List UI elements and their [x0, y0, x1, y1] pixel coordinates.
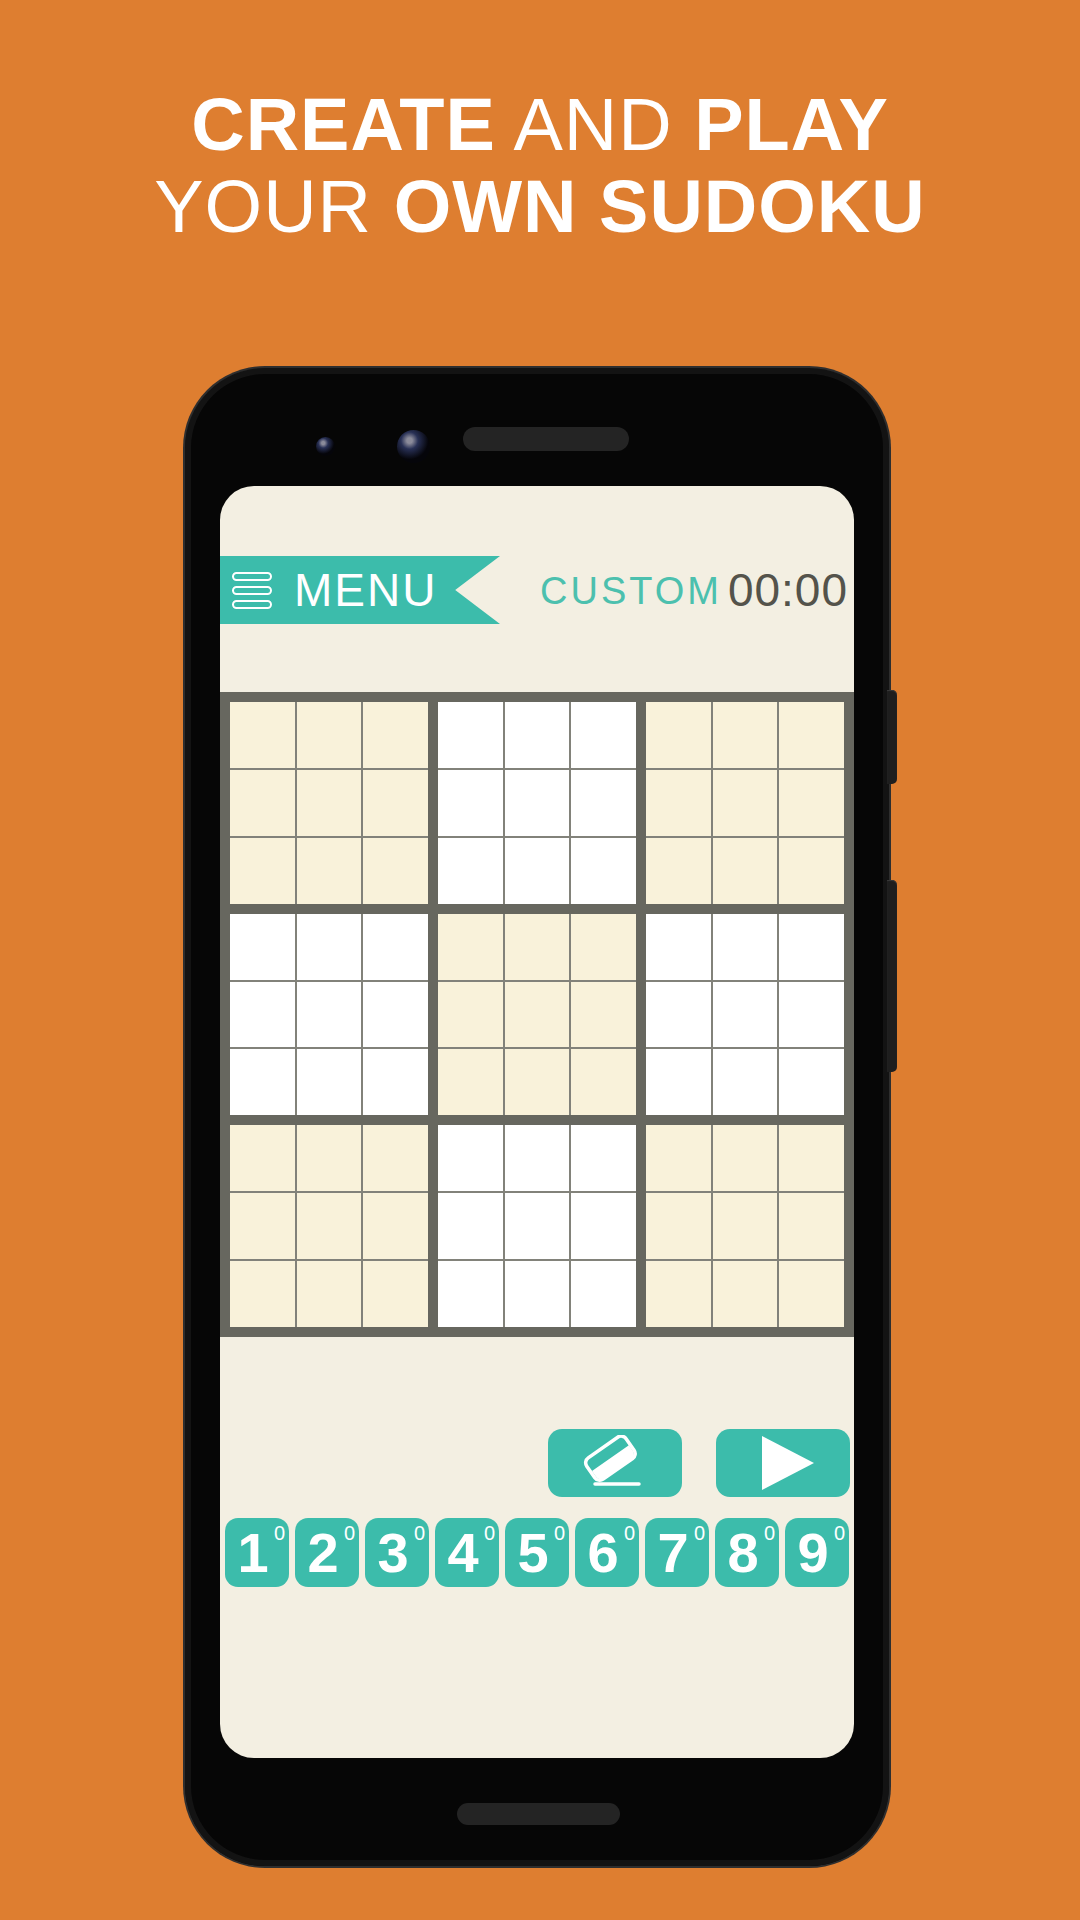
sudoku-grid [220, 692, 854, 1337]
action-buttons [548, 1429, 850, 1497]
sudoku-cell-r9c8[interactable] [713, 1261, 778, 1327]
number-button-digit: 3 [377, 1520, 408, 1585]
phone-top-speaker [463, 427, 629, 451]
sudoku-cell-r9c3[interactable] [363, 1261, 428, 1327]
menu-button-label: MENU [294, 556, 437, 624]
number-button-digit: 8 [727, 1520, 758, 1585]
sudoku-cell-r2c8[interactable] [713, 770, 778, 836]
hamburger-icon [232, 572, 272, 609]
sudoku-cell-r5c9[interactable] [779, 982, 844, 1048]
number-button-digit: 2 [307, 1520, 338, 1585]
sudoku-cell-r8c3[interactable] [363, 1193, 428, 1259]
number-button-digit: 6 [587, 1520, 618, 1585]
promo-title-line1: CREATE AND PLAY [0, 84, 1080, 166]
sudoku-cell-r3c8[interactable] [713, 838, 778, 904]
sudoku-box-2-3 [646, 914, 844, 1116]
sudoku-cell-r1c3[interactable] [363, 702, 428, 768]
eraser-button[interactable] [548, 1429, 682, 1497]
phone-frame: MENU CUSTOM 00:00 102030405060708090 [185, 368, 889, 1866]
sudoku-cell-r6c6[interactable] [571, 1049, 636, 1115]
number-button-7[interactable]: 70 [645, 1518, 709, 1587]
sudoku-cell-r9c1[interactable] [230, 1261, 295, 1327]
sudoku-cell-r2c6[interactable] [571, 770, 636, 836]
sudoku-cell-r1c9[interactable] [779, 702, 844, 768]
sudoku-cell-r2c3[interactable] [363, 770, 428, 836]
sudoku-cell-r7c1[interactable] [230, 1125, 295, 1191]
sudoku-cell-r9c6[interactable] [571, 1261, 636, 1327]
sudoku-cell-r9c9[interactable] [779, 1261, 844, 1327]
title-word-your: YOUR [154, 165, 393, 248]
number-button-6[interactable]: 60 [575, 1518, 639, 1587]
sudoku-box-2-2 [438, 914, 636, 1116]
number-button-digit: 7 [657, 1520, 688, 1585]
sudoku-cell-r4c7[interactable] [646, 914, 711, 980]
number-button-count: 0 [694, 1522, 705, 1545]
number-button-count: 0 [554, 1522, 565, 1545]
sudoku-cell-r2c9[interactable] [779, 770, 844, 836]
promo-title-line2: YOUR OWN SUDOKU [0, 166, 1080, 248]
sudoku-cell-r7c8[interactable] [713, 1125, 778, 1191]
sudoku-cell-r1c4[interactable] [438, 702, 503, 768]
number-button-2[interactable]: 20 [295, 1518, 359, 1587]
sudoku-cell-r5c5[interactable] [505, 982, 570, 1048]
sudoku-cell-r7c5[interactable] [505, 1125, 570, 1191]
sudoku-cell-r4c9[interactable] [779, 914, 844, 980]
sudoku-cell-r4c6[interactable] [571, 914, 636, 980]
sudoku-cell-r2c5[interactable] [505, 770, 570, 836]
sudoku-cell-r5c1[interactable] [230, 982, 295, 1048]
sudoku-cell-r6c1[interactable] [230, 1049, 295, 1115]
number-button-count: 0 [414, 1522, 425, 1545]
number-button-1[interactable]: 10 [225, 1518, 289, 1587]
sudoku-cell-r4c8[interactable] [713, 914, 778, 980]
sudoku-cell-r7c6[interactable] [571, 1125, 636, 1191]
sudoku-box-3-2 [438, 1125, 636, 1327]
promo-title: CREATE AND PLAY YOUR OWN SUDOKU [0, 84, 1080, 248]
sudoku-cell-r6c5[interactable] [505, 1049, 570, 1115]
sudoku-cell-r1c5[interactable] [505, 702, 570, 768]
sudoku-box-3-1 [230, 1125, 428, 1327]
sudoku-cell-r8c2[interactable] [297, 1193, 362, 1259]
number-button-4[interactable]: 40 [435, 1518, 499, 1587]
sudoku-cell-r3c7[interactable] [646, 838, 711, 904]
number-button-count: 0 [274, 1522, 285, 1545]
sudoku-cell-r3c9[interactable] [779, 838, 844, 904]
sudoku-cell-r5c4[interactable] [438, 982, 503, 1048]
sudoku-cell-r7c9[interactable] [779, 1125, 844, 1191]
sudoku-cell-r3c2[interactable] [297, 838, 362, 904]
phone-volume-button [887, 880, 897, 1072]
sudoku-cell-r8c8[interactable] [713, 1193, 778, 1259]
sudoku-cell-r1c7[interactable] [646, 702, 711, 768]
play-button[interactable] [716, 1429, 850, 1497]
sudoku-cell-r5c8[interactable] [713, 982, 778, 1048]
game-timer: 00:00 [728, 556, 848, 624]
phone-front-camera-small [316, 437, 335, 456]
sudoku-cell-r3c4[interactable] [438, 838, 503, 904]
number-button-digit: 5 [517, 1520, 548, 1585]
title-word-create: CREATE [191, 83, 496, 166]
sudoku-cell-r6c9[interactable] [779, 1049, 844, 1115]
sudoku-cell-r4c4[interactable] [438, 914, 503, 980]
sudoku-cell-r9c4[interactable] [438, 1261, 503, 1327]
sudoku-cell-r9c5[interactable] [505, 1261, 570, 1327]
number-pad: 102030405060708090 [220, 1518, 854, 1587]
sudoku-cell-r4c2[interactable] [297, 914, 362, 980]
sudoku-cell-r8c7[interactable] [646, 1193, 711, 1259]
phone-bottom-speaker [457, 1803, 620, 1825]
sudoku-cell-r2c7[interactable] [646, 770, 711, 836]
number-button-count: 0 [624, 1522, 635, 1545]
number-button-digit: 1 [237, 1520, 268, 1585]
sudoku-cell-r8c5[interactable] [505, 1193, 570, 1259]
title-word-own-sudoku: OWN SUDOKU [394, 165, 926, 248]
number-button-count: 0 [484, 1522, 495, 1545]
title-word-and: AND [496, 83, 694, 166]
number-button-8[interactable]: 80 [715, 1518, 779, 1587]
sudoku-cell-r8c9[interactable] [779, 1193, 844, 1259]
sudoku-cell-r3c5[interactable] [505, 838, 570, 904]
sudoku-box-3-3 [646, 1125, 844, 1327]
number-button-3[interactable]: 30 [365, 1518, 429, 1587]
game-mode-label: CUSTOM [540, 556, 722, 624]
sudoku-cell-r3c3[interactable] [363, 838, 428, 904]
sudoku-cell-r9c7[interactable] [646, 1261, 711, 1327]
sudoku-box-1-1 [230, 702, 428, 904]
sudoku-box-1-3 [646, 702, 844, 904]
sudoku-cell-r6c8[interactable] [713, 1049, 778, 1115]
sudoku-cell-r4c5[interactable] [505, 914, 570, 980]
sudoku-cell-r5c2[interactable] [297, 982, 362, 1048]
sudoku-cell-r9c2[interactable] [297, 1261, 362, 1327]
sudoku-cell-r7c2[interactable] [297, 1125, 362, 1191]
sudoku-cell-r6c7[interactable] [646, 1049, 711, 1115]
phone-screen: MENU CUSTOM 00:00 102030405060708090 [220, 486, 854, 1758]
sudoku-cell-r3c1[interactable] [230, 838, 295, 904]
sudoku-cell-r5c7[interactable] [646, 982, 711, 1048]
menu-button[interactable]: MENU [220, 556, 500, 624]
sudoku-cell-r1c8[interactable] [713, 702, 778, 768]
sudoku-cell-r8c6[interactable] [571, 1193, 636, 1259]
sudoku-cell-r6c4[interactable] [438, 1049, 503, 1115]
sudoku-cell-r1c2[interactable] [297, 702, 362, 768]
sudoku-cell-r7c4[interactable] [438, 1125, 503, 1191]
sudoku-cell-r6c2[interactable] [297, 1049, 362, 1115]
sudoku-cell-r4c3[interactable] [363, 914, 428, 980]
number-button-9[interactable]: 90 [785, 1518, 849, 1587]
number-button-digit: 9 [797, 1520, 828, 1585]
sudoku-box-1-2 [438, 702, 636, 904]
sudoku-cell-r1c6[interactable] [571, 702, 636, 768]
phone-power-button [887, 690, 897, 784]
sudoku-cell-r7c3[interactable] [363, 1125, 428, 1191]
sudoku-cell-r3c6[interactable] [571, 838, 636, 904]
sudoku-box-2-1 [230, 914, 428, 1116]
eraser-icon [579, 1435, 651, 1491]
number-button-5[interactable]: 50 [505, 1518, 569, 1587]
sudoku-cell-r6c3[interactable] [363, 1049, 428, 1115]
sudoku-cell-r8c4[interactable] [438, 1193, 503, 1259]
phone-front-camera-large [397, 430, 430, 463]
play-icon [762, 1436, 814, 1490]
number-button-count: 0 [834, 1522, 845, 1545]
number-button-count: 0 [344, 1522, 355, 1545]
sudoku-cell-r7c7[interactable] [646, 1125, 711, 1191]
app-topbar: MENU CUSTOM 00:00 [220, 556, 854, 624]
sudoku-cell-r5c3[interactable] [363, 982, 428, 1048]
sudoku-cell-r2c1[interactable] [230, 770, 295, 836]
sudoku-cell-r8c1[interactable] [230, 1193, 295, 1259]
sudoku-cell-r2c2[interactable] [297, 770, 362, 836]
sudoku-cell-r1c1[interactable] [230, 702, 295, 768]
number-button-count: 0 [764, 1522, 775, 1545]
number-button-digit: 4 [447, 1520, 478, 1585]
title-word-play: PLAY [694, 83, 889, 166]
sudoku-cell-r4c1[interactable] [230, 914, 295, 980]
sudoku-cell-r5c6[interactable] [571, 982, 636, 1048]
sudoku-cell-r2c4[interactable] [438, 770, 503, 836]
